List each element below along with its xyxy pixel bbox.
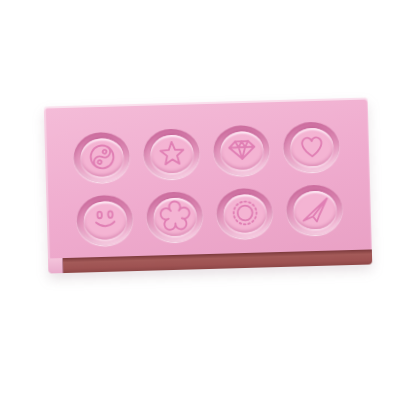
cavity-island [149,133,194,173]
cavity-star [142,127,200,180]
cavity-cell [65,124,138,190]
cavity-cell [278,176,351,242]
cavity-yin-yang [72,131,130,184]
cavity-grid [43,93,351,255]
star-icon [152,134,191,173]
mold-side-left [48,258,63,273]
cavity-diamond [212,124,270,177]
cavity-island [82,200,127,240]
cavity-cell [68,187,141,253]
cavity-cell [138,183,211,249]
cavity-sun [215,187,273,240]
heart-icon [292,127,331,166]
cavity-island [79,137,124,177]
cavity-cell [135,120,208,186]
cavity-cell [205,117,278,183]
silicone-mold [44,98,373,274]
yin-yang-icon [82,138,121,177]
cavity-island [222,193,267,233]
cavity-smiley-face [76,193,134,246]
cavity-island [219,130,264,170]
cavity-island [289,127,334,167]
cavity-paper-airplane [285,183,343,236]
cavity-island [292,190,337,230]
flower-icon [155,197,194,236]
mold-top-face [44,98,372,260]
smiley-face-icon [85,200,124,239]
cavity-cell [208,180,281,246]
sun-icon [225,194,264,233]
diamond-icon [222,131,261,170]
cavity-island [152,196,197,236]
cavity-heart [282,120,340,173]
cavity-cell [275,113,348,179]
paper-airplane-icon [295,190,334,229]
product-photo-stage [0,0,409,409]
cavity-flower [145,190,203,243]
